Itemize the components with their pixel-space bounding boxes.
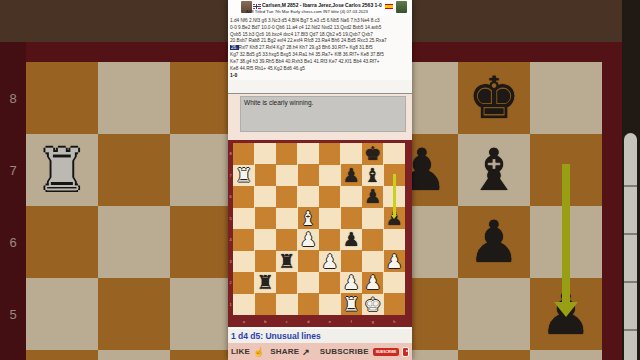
file-label-g: g [362, 316, 384, 327]
scrollbar-tick [624, 185, 637, 187]
scrollbar-tick [624, 281, 637, 283]
game-panel: Carlsen,M 2852 - Ibarra Jerez,Jose Carlo… [228, 0, 412, 360]
rank-label-3: 3 [228, 251, 233, 273]
scrollbar[interactable] [624, 133, 637, 360]
rank-label-5: 5 [228, 208, 233, 230]
rank-label-6: 6 [228, 186, 233, 208]
file-label-e: e [319, 316, 341, 327]
last-move-arrow [393, 174, 396, 216]
like-button[interactable]: LIKE [231, 347, 250, 356]
move-line-6[interactable]: Kg7 32.Bd5 g5 33.hxg5 Bxg5 34.Ra1 h4 35.… [230, 52, 412, 59]
file-label-c: c [276, 316, 298, 327]
file-label-d: d [298, 316, 320, 327]
piece-bp-g6: ♟ [362, 186, 384, 208]
move-line-2[interactable]: 0-0 9.Be2 Bd7 10.0-0 Qb6 11.a4 c4 12.Nd2… [230, 25, 412, 32]
rank-label-1: 1 [228, 294, 233, 316]
piece-wr-a7: ♜ [233, 165, 255, 187]
notation-pane[interactable]: 1.d4 Nf6 2.Nf3 g6 3.Nc3 d5 4.Bf4 Bg7 5.e… [228, 16, 412, 80]
piece-bp-f7: ♟ [341, 165, 363, 187]
game-header: Carlsen,M 2852 - Ibarra Jerez,Jose Carlo… [228, 0, 412, 16]
piece-wp-e3: ♟ [319, 251, 341, 273]
piece-wk-g1: ♚ [362, 294, 384, 316]
piece-wr-f1: ♜ [341, 294, 363, 316]
file-label-h: h [384, 316, 406, 327]
caption-section: 1 d4 d5: Unusual lines [228, 327, 412, 343]
players-line: Carlsen,M 2852 - Ibarra Jerez,Jose Carlo… [262, 2, 382, 8]
last-move-arrow-head [391, 215, 397, 219]
piece-wp-g2: ♟ [362, 272, 384, 294]
move-line-3[interactable]: Qxb5 15.b3 Qc6 16.bxc4 dxc4 17.Bf3 Qd7 1… [230, 32, 412, 39]
share-button[interactable]: SHARE [270, 347, 299, 356]
thumbs-up-icon[interactable]: ☝ [253, 347, 264, 357]
file-label-b: b [255, 316, 277, 327]
file-label-f: f [341, 316, 363, 327]
scrollbar-tick [624, 329, 637, 331]
move-line-8[interactable]: Ke8 44.Rf5 Rb1+ 45.Kg2 Bd6 46.g5 [230, 66, 412, 73]
move-line-7[interactable]: Ke7 38.g4 h3 39.Rh5 Bb4 40.Rxh3 Be1 41.R… [230, 59, 412, 66]
rank-label-2: 2 [228, 272, 233, 294]
game-result: 1-0 [230, 72, 412, 79]
move-line-5[interactable]: 26.Rxf7 Kh8 27.Rxf4 Kg7 28.h4 Kh7 29.g3 … [230, 45, 412, 52]
footer-bar: LIKE ☝ SHARE ↗ SUBSCRIBE SUBSCRIBE [228, 343, 412, 360]
rank-label-7: 7 [228, 165, 233, 187]
rank-label-8: 8 [228, 143, 233, 165]
scrollbar-tick [624, 233, 637, 235]
piece-bb-g7: ♝ [362, 165, 384, 187]
share-arrow-icon[interactable]: ↗ [302, 347, 310, 357]
comment-text: White is clearly winning. [241, 97, 405, 108]
piece-bp-f4: ♟ [341, 229, 363, 251]
comment-box: White is clearly winning. [240, 96, 406, 132]
comment-section: White is clearly winning. [228, 94, 412, 140]
black-player-avatar [396, 1, 407, 13]
piece-br-b2: ♜ [255, 272, 277, 294]
highlighted-move[interactable]: 26. [230, 45, 239, 50]
rank-label-4: 4 [228, 229, 233, 251]
piece-wp-f2: ♟ [341, 272, 363, 294]
piece-wp-h3: ♟ [384, 251, 406, 273]
opening-caption: 1 d4 d5: Unusual lines [228, 331, 321, 341]
subscribe-button[interactable]: SUBSCRIBE [373, 348, 400, 356]
event-line: A48 Titled Tue 7th Mar Early chess.com I… [246, 9, 368, 14]
move-line-1[interactable]: 1.d4 Nf6 2.Nf3 g6 3.Nc3 d5 4.Bf4 Bg7 5.e… [230, 18, 412, 25]
piece-br-c3: ♜ [276, 251, 298, 273]
subscribe-label[interactable]: SUBSCRIBE [320, 347, 369, 356]
board-frame: ♚♜♟♝♟♝♟♟♟♜♟♟♜♟♟♜♚ 87654321 abcdefgh [228, 140, 412, 327]
move-line-4[interactable]: 20.Bxb7 Rab8 21.Bg2 exf4 22.exf4 Rfc8 23… [230, 38, 412, 45]
piece-bk-g8: ♚ [362, 143, 384, 165]
piece-wp-d4: ♟ [298, 229, 320, 251]
notation-gap [228, 80, 412, 93]
file-label-a: a [233, 316, 255, 327]
youtube-icon[interactable] [402, 347, 409, 357]
spain-flag-icon [385, 4, 393, 9]
piece-wb-d5: ♝ [298, 208, 320, 230]
chess-board[interactable]: ♚♜♟♝♟♝♟♟♟♜♟♟♜♟♟♜♚ [233, 143, 405, 315]
